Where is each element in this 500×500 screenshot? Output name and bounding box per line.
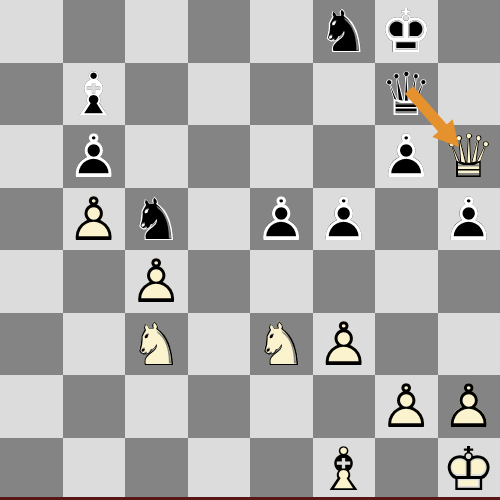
square-b6[interactable]: ♟♙	[63, 125, 126, 188]
square-c6[interactable]	[125, 125, 188, 188]
square-c5[interactable]: ♞♘	[125, 188, 188, 251]
square-c8[interactable]	[125, 0, 188, 63]
piece-glyph-outline: ♙	[125, 250, 188, 313]
piece-white-king-h1[interactable]: ♚♔	[438, 438, 500, 500]
square-c4[interactable]: ♟♙	[125, 250, 188, 313]
piece-black-knight-f8[interactable]: ♞♘	[313, 0, 376, 63]
square-f4[interactable]	[313, 250, 376, 313]
square-e6[interactable]	[250, 125, 313, 188]
square-e8[interactable]	[250, 0, 313, 63]
square-a1[interactable]	[0, 438, 63, 500]
square-d1[interactable]	[188, 438, 251, 500]
piece-black-king-g8[interactable]: ♚♔	[375, 0, 438, 63]
square-a4[interactable]	[0, 250, 63, 313]
piece-glyph-outline: ♘	[313, 0, 376, 63]
square-g6[interactable]: ♟♙	[375, 125, 438, 188]
piece-glyph-outline: ♗	[313, 438, 376, 500]
square-e7[interactable]	[250, 63, 313, 126]
square-f5[interactable]: ♟♙	[313, 188, 376, 251]
square-d8[interactable]	[188, 0, 251, 63]
piece-white-knight-e3[interactable]: ♞♘	[250, 313, 313, 376]
square-g2[interactable]: ♟♙	[375, 375, 438, 438]
piece-black-pawn-e5[interactable]: ♟♙	[250, 188, 313, 251]
square-f3[interactable]: ♟♙	[313, 313, 376, 376]
piece-glyph-outline: ♙	[313, 188, 376, 251]
square-h2[interactable]: ♟♙	[438, 375, 500, 438]
square-f7[interactable]	[313, 63, 376, 126]
piece-glyph-outline: ♘	[125, 313, 188, 376]
square-g3[interactable]	[375, 313, 438, 376]
piece-white-knight-c3[interactable]: ♞♘	[125, 313, 188, 376]
square-d4[interactable]	[188, 250, 251, 313]
square-g7[interactable]: ♛♕	[375, 63, 438, 126]
piece-glyph-outline: ♗	[63, 63, 126, 126]
square-b1[interactable]	[63, 438, 126, 500]
piece-glyph-outline: ♙	[375, 125, 438, 188]
piece-white-pawn-f3[interactable]: ♟♙	[313, 313, 376, 376]
square-h3[interactable]	[438, 313, 500, 376]
square-a2[interactable]	[0, 375, 63, 438]
piece-glyph-outline: ♕	[375, 63, 438, 126]
chess-board-panel: ♞♘♚♔♝♗♛♕♟♙♟♙♛♕♟♙♞♘♟♙♟♙♟♙♟♙♞♘♞♘♟♙♟♙♟♙♝♗♚♔	[0, 0, 500, 500]
square-b5[interactable]: ♟♙	[63, 188, 126, 251]
square-a6[interactable]	[0, 125, 63, 188]
piece-glyph-outline: ♙	[438, 375, 500, 438]
piece-black-pawn-b6[interactable]: ♟♙	[63, 125, 126, 188]
piece-white-pawn-g2[interactable]: ♟♙	[375, 375, 438, 438]
square-c1[interactable]	[125, 438, 188, 500]
square-g8[interactable]: ♚♔	[375, 0, 438, 63]
piece-black-pawn-g6[interactable]: ♟♙	[375, 125, 438, 188]
square-g4[interactable]	[375, 250, 438, 313]
square-a3[interactable]	[0, 313, 63, 376]
piece-white-pawn-b5[interactable]: ♟♙	[63, 188, 126, 251]
piece-white-queen-h6[interactable]: ♛♕	[438, 125, 500, 188]
piece-glyph-outline: ♘	[125, 188, 188, 251]
square-e4[interactable]	[250, 250, 313, 313]
square-h8[interactable]	[438, 0, 500, 63]
piece-black-queen-g7[interactable]: ♛♕	[375, 63, 438, 126]
piece-glyph-outline: ♙	[438, 188, 500, 251]
square-f8[interactable]: ♞♘	[313, 0, 376, 63]
square-e2[interactable]	[250, 375, 313, 438]
piece-glyph-outline: ♔	[375, 0, 438, 63]
square-h7[interactable]	[438, 63, 500, 126]
piece-glyph-outline: ♕	[438, 125, 500, 188]
piece-black-knight-c5[interactable]: ♞♘	[125, 188, 188, 251]
square-a5[interactable]	[0, 188, 63, 251]
square-b2[interactable]	[63, 375, 126, 438]
piece-glyph-outline: ♙	[63, 125, 126, 188]
square-d7[interactable]	[188, 63, 251, 126]
square-g1[interactable]	[375, 438, 438, 500]
square-c3[interactable]: ♞♘	[125, 313, 188, 376]
piece-glyph-outline: ♙	[375, 375, 438, 438]
square-e5[interactable]: ♟♙	[250, 188, 313, 251]
piece-black-bishop-b7[interactable]: ♝♗	[63, 63, 126, 126]
square-e3[interactable]: ♞♘	[250, 313, 313, 376]
piece-black-pawn-f5[interactable]: ♟♙	[313, 188, 376, 251]
square-h6[interactable]: ♛♕	[438, 125, 500, 188]
square-b8[interactable]	[63, 0, 126, 63]
square-d3[interactable]	[188, 313, 251, 376]
square-a7[interactable]	[0, 63, 63, 126]
square-c7[interactable]	[125, 63, 188, 126]
piece-glyph-outline: ♙	[63, 188, 126, 251]
square-f1[interactable]: ♝♗	[313, 438, 376, 500]
square-h1[interactable]: ♚♔	[438, 438, 500, 500]
square-h4[interactable]	[438, 250, 500, 313]
square-g5[interactable]	[375, 188, 438, 251]
piece-black-pawn-h5[interactable]: ♟♙	[438, 188, 500, 251]
piece-glyph-outline: ♙	[250, 188, 313, 251]
square-f2[interactable]	[313, 375, 376, 438]
piece-glyph-outline: ♘	[250, 313, 313, 376]
square-b7[interactable]: ♝♗	[63, 63, 126, 126]
square-d5[interactable]	[188, 188, 251, 251]
square-b3[interactable]	[63, 313, 126, 376]
square-c2[interactable]	[125, 375, 188, 438]
square-d2[interactable]	[188, 375, 251, 438]
piece-white-pawn-h2[interactable]: ♟♙	[438, 375, 500, 438]
square-a8[interactable]	[0, 0, 63, 63]
square-b4[interactable]	[63, 250, 126, 313]
piece-glyph-outline: ♙	[313, 313, 376, 376]
square-h5[interactable]: ♟♙	[438, 188, 500, 251]
square-f6[interactable]	[313, 125, 376, 188]
chess-board: ♞♘♚♔♝♗♛♕♟♙♟♙♛♕♟♙♞♘♟♙♟♙♟♙♟♙♞♘♞♘♟♙♟♙♟♙♝♗♚♔	[0, 0, 500, 500]
piece-white-pawn-c4[interactable]: ♟♙	[125, 250, 188, 313]
square-e1[interactable]	[250, 438, 313, 500]
square-d6[interactable]	[188, 125, 251, 188]
piece-glyph-outline: ♔	[438, 438, 500, 500]
piece-white-bishop-f1[interactable]: ♝♗	[313, 438, 376, 500]
